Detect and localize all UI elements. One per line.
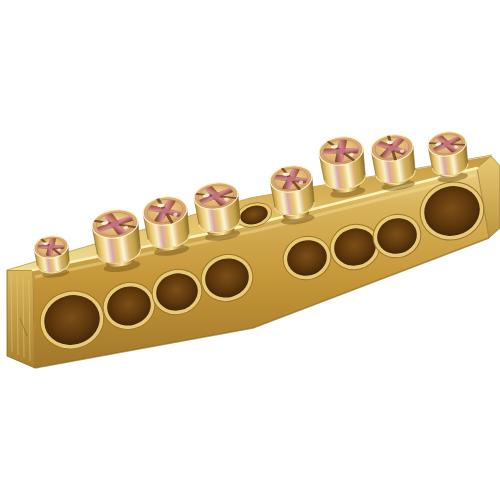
product-photo [0, 0, 500, 500]
photo-canvas [0, 0, 500, 500]
